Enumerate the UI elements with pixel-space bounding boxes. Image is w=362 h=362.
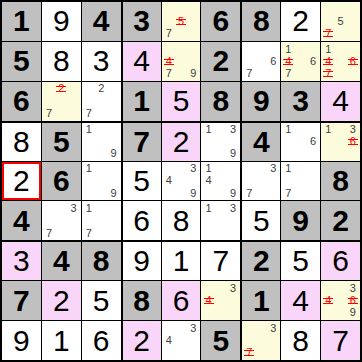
cell-r7c5[interactable]: 1 xyxy=(162,241,201,280)
candidate-3: 3 xyxy=(347,282,359,294)
candidate-3: 3 xyxy=(187,163,199,175)
cell-r6c5[interactable]: 8 xyxy=(162,201,201,240)
cell-r3c8[interactable]: 3 xyxy=(281,82,320,121)
cell-r1c3[interactable]: 4 xyxy=(82,2,121,41)
cell-r4c8[interactable]: 16 xyxy=(281,122,320,161)
given-digit: 2 xyxy=(213,46,230,76)
cell-r7c2[interactable]: 4 xyxy=(42,241,81,280)
candidate-5: 5 xyxy=(334,15,346,27)
solved-digit: 1 xyxy=(53,326,70,356)
candidate-3: 3 xyxy=(227,202,239,214)
cell-r2c6[interactable]: 2 xyxy=(201,42,240,81)
candidate-6-eliminated: 6 xyxy=(347,295,359,307)
cell-r3c9[interactable]: 4 xyxy=(321,82,360,121)
solved-digit: 7 xyxy=(213,246,230,276)
given-digit: 6 xyxy=(213,6,230,36)
cell-r5c5[interactable]: 349 xyxy=(162,162,201,201)
solved-digit: 6 xyxy=(332,246,349,276)
cell-r9c2[interactable]: 1 xyxy=(42,321,81,360)
given-digit: 8 xyxy=(213,86,230,116)
solved-digit: 8 xyxy=(13,127,30,157)
candidates: 139 xyxy=(202,124,239,160)
cell-r9c3[interactable]: 6 xyxy=(82,321,121,360)
cell-r7c6[interactable]: 7 xyxy=(201,241,240,280)
cell-r5c2[interactable]: 6 xyxy=(42,162,81,201)
cell-r6c9[interactable]: 2 xyxy=(321,201,360,240)
candidate-9: 9 xyxy=(347,307,359,319)
cell-r2c2[interactable]: 8 xyxy=(42,42,81,81)
solved-digit: 9 xyxy=(53,6,70,36)
candidate-6: 6 xyxy=(307,136,319,148)
cell-r2c1[interactable]: 5 xyxy=(2,42,41,81)
cell-r1c4[interactable]: 3 xyxy=(122,2,161,41)
cell-r9c4[interactable]: 2 xyxy=(122,321,161,360)
candidate-3: 3 xyxy=(227,282,239,294)
cell-r2c9[interactable]: 1467 xyxy=(321,42,360,81)
solved-digit: 5 xyxy=(173,86,190,116)
given-digit: 1 xyxy=(253,286,270,316)
solved-digit: 2 xyxy=(13,166,30,196)
candidates: 19 xyxy=(83,163,120,200)
cell-r4c1[interactable]: 8 xyxy=(2,122,41,161)
cell-r8c3[interactable]: 5 xyxy=(82,281,121,320)
candidate-6: 6 xyxy=(267,55,279,67)
cell-r7c4[interactable]: 9 xyxy=(122,241,161,280)
cell-r5c1[interactable]: 2 xyxy=(2,162,41,201)
candidate-2: 2 xyxy=(95,83,107,95)
cell-r3c3[interactable]: 27 xyxy=(82,82,121,121)
solved-digit: 6 xyxy=(173,286,190,316)
cell-r1c9[interactable]: 57 xyxy=(321,2,360,41)
cell-r7c1[interactable]: 3 xyxy=(2,241,41,280)
given-digit: 2 xyxy=(332,206,349,236)
cell-r5c7[interactable]: 37 xyxy=(241,162,280,201)
candidates: 3469 xyxy=(322,282,359,319)
solved-digit: 8 xyxy=(292,326,309,356)
cell-r1c1[interactable]: 1 xyxy=(2,2,41,41)
cell-r6c3[interactable]: 17 xyxy=(82,201,121,240)
candidates: 149 xyxy=(202,163,239,200)
cell-r4c3[interactable]: 19 xyxy=(82,122,121,161)
given-digit: 3 xyxy=(292,86,309,116)
candidate-7: 7 xyxy=(43,227,55,239)
candidates: 37 xyxy=(243,163,279,200)
solved-digit: 7 xyxy=(332,326,349,356)
given-digit: 4 xyxy=(93,6,110,36)
candidates: 57 xyxy=(163,3,200,40)
candidate-9: 9 xyxy=(107,148,119,160)
candidate-9: 9 xyxy=(227,187,239,199)
cell-r1c8[interactable]: 2 xyxy=(281,2,320,41)
candidate-4-eliminated: 4 xyxy=(322,55,334,67)
candidate-7: 7 xyxy=(163,28,175,40)
candidate-3: 3 xyxy=(227,124,239,136)
candidate-3: 3 xyxy=(187,322,199,334)
cell-r3c1[interactable]: 6 xyxy=(2,82,41,121)
candidate-5-eliminated: 5 xyxy=(175,15,187,27)
candidates: 19 xyxy=(83,124,120,160)
cell-r4c9[interactable]: 136 xyxy=(321,122,360,161)
candidates: 17 xyxy=(282,163,319,200)
candidate-3: 3 xyxy=(347,124,359,136)
cell-r1c5[interactable]: 57 xyxy=(162,2,201,41)
candidates: 13 xyxy=(202,202,239,239)
candidate-7-eliminated: 7 xyxy=(243,347,255,359)
candidate-7: 7 xyxy=(83,107,95,119)
candidate-1: 1 xyxy=(202,163,214,175)
solved-digit: 9 xyxy=(133,246,150,276)
cell-r1c6[interactable]: 6 xyxy=(201,2,240,41)
candidates: 349 xyxy=(163,163,200,200)
solved-digit: 8 xyxy=(173,206,190,236)
candidate-3: 3 xyxy=(67,202,79,214)
cell-r2c8[interactable]: 1467 xyxy=(281,42,320,81)
cell-r8c7[interactable]: 1 xyxy=(241,281,280,320)
cell-r7c3[interactable]: 8 xyxy=(82,241,121,280)
cell-r5c4[interactable]: 5 xyxy=(122,162,161,201)
given-digit: 8 xyxy=(253,6,270,36)
cell-r2c3[interactable]: 3 xyxy=(82,42,121,81)
candidate-6: 6 xyxy=(307,55,319,67)
cell-r7c8[interactable]: 5 xyxy=(281,241,320,280)
candidates: 16 xyxy=(282,124,319,160)
cell-r9c5[interactable]: 34 xyxy=(162,321,201,360)
cell-r5c3[interactable]: 19 xyxy=(82,162,121,201)
candidate-7-eliminated: 7 xyxy=(322,28,334,40)
cell-r6c4[interactable]: 6 xyxy=(122,201,161,240)
candidate-9: 9 xyxy=(107,187,119,199)
given-digit: 1 xyxy=(13,6,30,36)
candidate-7: 7 xyxy=(243,67,255,79)
cell-r6c1[interactable]: 4 xyxy=(2,201,41,240)
candidates: 34 xyxy=(202,282,239,319)
candidate-4: 4 xyxy=(163,175,175,187)
cell-r9c1[interactable]: 9 xyxy=(2,321,41,360)
candidates: 17 xyxy=(83,202,120,239)
given-digit: 6 xyxy=(53,166,70,196)
candidate-1: 1 xyxy=(83,124,95,136)
candidates: 479 xyxy=(163,43,200,80)
cell-r2c4[interactable]: 4 xyxy=(122,42,161,81)
candidate-6-eliminated: 6 xyxy=(347,55,359,67)
cell-r4c4[interactable]: 7 xyxy=(122,122,161,161)
given-digit: 8 xyxy=(93,246,110,276)
solved-digit: 4 xyxy=(332,86,349,116)
candidates: 27 xyxy=(83,83,120,120)
candidate-4-eliminated: 4 xyxy=(202,295,214,307)
cell-r3c5[interactable]: 5 xyxy=(162,82,201,121)
candidate-4-eliminated: 4 xyxy=(163,55,175,67)
candidate-7: 7 xyxy=(282,187,294,199)
cell-r3c7[interactable]: 9 xyxy=(241,82,280,121)
given-digit: 9 xyxy=(253,86,270,116)
given-digit: 9 xyxy=(292,206,309,236)
candidate-4: 4 xyxy=(163,334,175,346)
candidates: 136 xyxy=(322,124,359,160)
candidates: 67 xyxy=(243,43,279,80)
cell-r5c6[interactable]: 149 xyxy=(201,162,240,201)
candidate-1: 1 xyxy=(322,124,334,136)
cell-r3c6[interactable]: 8 xyxy=(201,82,240,121)
cell-r6c8[interactable]: 9 xyxy=(281,201,320,240)
cell-r1c2[interactable]: 9 xyxy=(42,2,81,41)
given-digit: 3 xyxy=(133,6,150,36)
candidate-1: 1 xyxy=(83,163,95,175)
candidate-1: 1 xyxy=(202,124,214,136)
candidate-7-eliminated: 7 xyxy=(322,67,334,79)
cell-r4c5[interactable]: 2 xyxy=(162,122,201,161)
given-digit: 7 xyxy=(133,127,150,157)
candidates: 1467 xyxy=(322,43,359,80)
candidate-1: 1 xyxy=(282,124,294,136)
given-digit: 7 xyxy=(13,286,30,316)
candidate-3: 3 xyxy=(267,163,279,175)
cell-r7c9[interactable]: 6 xyxy=(321,241,360,280)
given-digit: 5 xyxy=(53,127,70,157)
candidates: 34 xyxy=(163,322,200,359)
candidate-4-eliminated: 4 xyxy=(322,295,334,307)
cell-r8c1[interactable]: 7 xyxy=(2,281,41,320)
candidate-6-eliminated: 6 xyxy=(347,136,359,148)
candidate-4: 4 xyxy=(202,175,214,187)
solved-digit: 3 xyxy=(13,246,30,276)
candidates: 37 xyxy=(243,322,279,359)
candidate-9: 9 xyxy=(187,187,199,199)
cell-r5c8[interactable]: 17 xyxy=(281,162,320,201)
sudoku-board: 1943576825758344792671467146762727158934… xyxy=(0,0,362,362)
solved-digit: 5 xyxy=(253,206,270,236)
given-digit: 5 xyxy=(213,326,230,356)
cell-r1c7[interactable]: 8 xyxy=(241,2,280,41)
cell-r8c6[interactable]: 34 xyxy=(201,281,240,320)
candidate-7: 7 xyxy=(43,107,55,119)
given-digit: 4 xyxy=(13,206,30,236)
solved-digit: 6 xyxy=(93,326,110,356)
cell-r8c2[interactable]: 2 xyxy=(42,281,81,320)
given-digit: 8 xyxy=(332,166,349,196)
cell-r8c9[interactable]: 3469 xyxy=(321,281,360,320)
solved-digit: 8 xyxy=(53,46,70,76)
given-digit: 4 xyxy=(253,127,270,157)
cell-r3c2[interactable]: 27 xyxy=(42,82,81,121)
candidates: 1467 xyxy=(282,43,319,80)
solved-digit: 2 xyxy=(173,127,190,157)
solved-digit: 6 xyxy=(133,206,150,236)
candidate-7: 7 xyxy=(243,187,255,199)
cell-r2c5[interactable]: 479 xyxy=(162,42,201,81)
candidate-9: 9 xyxy=(227,148,239,160)
solved-digit: 5 xyxy=(93,286,110,316)
solved-digit: 2 xyxy=(53,286,70,316)
candidates: 37 xyxy=(43,202,80,239)
solved-digit: 2 xyxy=(133,326,150,356)
solved-digit: 5 xyxy=(292,246,309,276)
candidate-9: 9 xyxy=(187,67,199,79)
cell-r3c4[interactable]: 1 xyxy=(122,82,161,121)
candidate-1: 1 xyxy=(282,43,294,55)
given-digit: 8 xyxy=(133,286,150,316)
solved-digit: 4 xyxy=(292,286,309,316)
cell-r6c2[interactable]: 37 xyxy=(42,201,81,240)
candidate-7: 7 xyxy=(83,227,95,239)
solved-digit: 9 xyxy=(13,326,30,356)
given-digit: 1 xyxy=(133,86,150,116)
candidate-1: 1 xyxy=(282,163,294,175)
candidate-7: 7 xyxy=(282,67,294,79)
cell-r4c7[interactable]: 4 xyxy=(241,122,280,161)
candidates: 57 xyxy=(322,3,359,40)
solved-digit: 5 xyxy=(133,166,150,196)
cell-r8c5[interactable]: 6 xyxy=(162,281,201,320)
cell-r7c7[interactable]: 2 xyxy=(241,241,280,280)
given-digit: 5 xyxy=(13,46,30,76)
candidate-1: 1 xyxy=(202,202,214,214)
solved-digit: 3 xyxy=(93,46,110,76)
solved-digit: 1 xyxy=(173,246,190,276)
cell-r9c8[interactable]: 8 xyxy=(281,321,320,360)
given-digit: 2 xyxy=(253,246,270,276)
cell-r9c7[interactable]: 37 xyxy=(241,321,280,360)
cell-r4c2[interactable]: 5 xyxy=(42,122,81,161)
candidate-4-eliminated: 4 xyxy=(282,55,294,67)
cell-r9c9[interactable]: 7 xyxy=(321,321,360,360)
cell-r2c7[interactable]: 67 xyxy=(241,42,280,81)
solved-digit: 4 xyxy=(133,46,150,76)
cell-r8c8[interactable]: 4 xyxy=(281,281,320,320)
candidates: 27 xyxy=(43,83,80,120)
cell-r4c6[interactable]: 139 xyxy=(201,122,240,161)
given-digit: 6 xyxy=(13,86,30,116)
cell-r6c6[interactable]: 13 xyxy=(201,201,240,240)
candidate-1: 1 xyxy=(83,202,95,214)
given-digit: 4 xyxy=(53,246,70,276)
solved-digit: 2 xyxy=(292,6,309,36)
candidate-7: 7 xyxy=(163,67,175,79)
cell-r6c7[interactable]: 5 xyxy=(241,201,280,240)
cell-r5c9[interactable]: 8 xyxy=(321,162,360,201)
cell-r9c6[interactable]: 5 xyxy=(201,321,240,360)
cell-r8c4[interactable]: 8 xyxy=(122,281,161,320)
candidate-1: 1 xyxy=(322,43,334,55)
candidate-2-eliminated: 2 xyxy=(55,83,67,95)
candidate-3: 3 xyxy=(267,322,279,334)
